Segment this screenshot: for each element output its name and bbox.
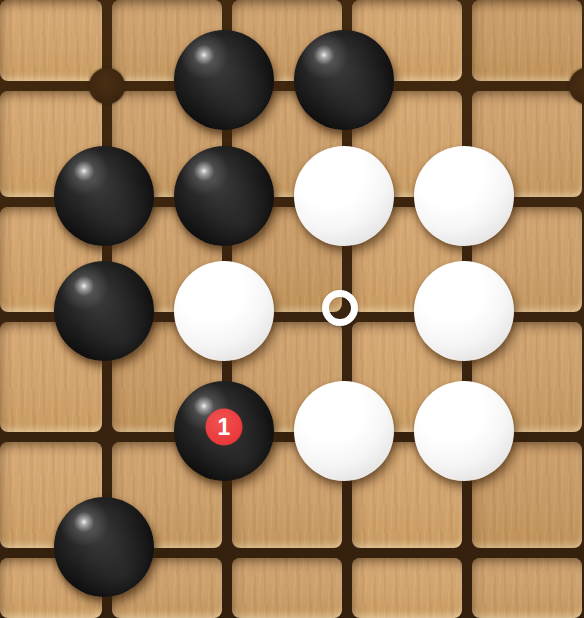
- go-board[interactable]: 1: [0, 0, 584, 618]
- black-stone: [294, 30, 394, 130]
- screenshot-root: 1: [0, 0, 584, 618]
- black-stone: [174, 146, 274, 246]
- white-stone: [294, 381, 394, 481]
- white-stone: [174, 261, 274, 361]
- board-wood-tile: [352, 558, 462, 618]
- move-number-badge: 1: [206, 409, 243, 446]
- black-stone: [54, 497, 154, 597]
- white-stone: [414, 146, 514, 246]
- black-stone: 1: [174, 381, 274, 481]
- star-point: [89, 68, 125, 104]
- board-wood-tile: [472, 0, 582, 81]
- board-wood-tile: [0, 0, 102, 81]
- white-stone: [414, 261, 514, 361]
- board-wood-tile: [232, 558, 342, 618]
- board-wood-tile: [472, 558, 582, 618]
- black-stone: [174, 30, 274, 130]
- white-stone: [294, 146, 394, 246]
- white-stone: [414, 381, 514, 481]
- black-stone: [54, 146, 154, 246]
- black-stone: [54, 261, 154, 361]
- circle-marker: [322, 290, 358, 326]
